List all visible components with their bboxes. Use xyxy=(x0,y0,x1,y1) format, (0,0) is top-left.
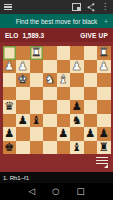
white-pawn-h2[interactable]: ♟ xyxy=(3,60,17,74)
square-e1[interactable] xyxy=(43,46,57,60)
square-f3[interactable] xyxy=(30,73,44,87)
square-g1[interactable] xyxy=(16,46,30,60)
white-pawn-g2[interactable]: ♟ xyxy=(16,60,30,74)
square-a7[interactable]: ♟ xyxy=(97,127,111,141)
black-pawn-g6[interactable]: ♟ xyxy=(16,114,30,128)
task-banner-text: Find the best move for black xyxy=(16,18,98,25)
square-g3[interactable]: ♚ xyxy=(16,73,30,87)
last-move-text: 1. Rh1–f1 xyxy=(3,175,29,181)
square-b6[interactable] xyxy=(84,114,98,128)
square-h3[interactable] xyxy=(3,73,17,87)
square-e6[interactable] xyxy=(43,114,57,128)
move-bar: 1. Rh1–f1 xyxy=(0,172,113,183)
square-b2[interactable] xyxy=(84,60,98,74)
black-queen-h5[interactable]: ♛ xyxy=(3,100,17,114)
notation-list-icon[interactable] xyxy=(96,157,108,168)
square-d3[interactable]: ♝ xyxy=(57,73,71,87)
black-pawn-d7[interactable]: ♟ xyxy=(57,127,71,141)
square-c4[interactable] xyxy=(70,87,84,101)
square-g4[interactable] xyxy=(16,87,30,101)
square-d5[interactable] xyxy=(57,100,71,114)
square-h4[interactable] xyxy=(3,87,17,101)
elo-label: ELO xyxy=(5,32,18,39)
banner-plus-icon[interactable]: + xyxy=(104,18,108,25)
task-banner: Find the best move for black + xyxy=(0,14,113,28)
black-pawn-h7[interactable]: ♟ xyxy=(3,127,17,141)
square-a4[interactable] xyxy=(97,87,111,101)
black-pawn-b7[interactable]: ♟ xyxy=(84,127,98,141)
android-nav-bar: ◁ ○ □ xyxy=(0,183,113,200)
white-pawn-a2[interactable]: ♟ xyxy=(97,60,111,74)
square-e5[interactable] xyxy=(43,100,57,114)
square-g2[interactable]: ♟ xyxy=(16,60,30,74)
square-g8[interactable] xyxy=(16,141,30,155)
white-rook-a1[interactable]: ♜ xyxy=(97,46,111,60)
square-c1[interactable] xyxy=(70,46,84,60)
board-icon[interactable] xyxy=(72,3,81,11)
square-f2[interactable] xyxy=(30,60,44,74)
square-g6[interactable]: ♟ xyxy=(16,114,30,128)
hamburger-menu-icon[interactable] xyxy=(4,4,12,11)
elo-value: 1,589.3 xyxy=(22,32,44,39)
share-icon[interactable] xyxy=(87,3,95,12)
black-king-h8[interactable]: ♚ xyxy=(3,141,17,155)
square-b8[interactable] xyxy=(84,141,98,155)
square-g7[interactable] xyxy=(16,127,30,141)
square-a6[interactable] xyxy=(97,114,111,128)
square-f7[interactable] xyxy=(30,127,44,141)
square-e8[interactable] xyxy=(43,141,57,155)
square-b5[interactable] xyxy=(84,100,98,114)
square-a1[interactable]: ♜ xyxy=(97,46,111,60)
square-f5[interactable] xyxy=(30,100,44,114)
square-f1[interactable]: ♜ xyxy=(30,46,44,60)
square-h2[interactable]: ♟ xyxy=(3,60,17,74)
square-e3[interactable]: ♞ xyxy=(43,73,57,87)
chess-board[interactable]: ♜♜♟♟♟♟♚♞♝♛♟♟♝♞♟♟♟♟♚♝♜ xyxy=(3,46,111,154)
black-bishop-c8[interactable]: ♝ xyxy=(70,141,84,155)
square-d8[interactable] xyxy=(57,141,71,155)
square-b3[interactable] xyxy=(84,73,98,87)
white-rook-f1[interactable]: ♜ xyxy=(30,46,44,60)
recents-icon[interactable]: □ xyxy=(76,183,84,200)
black-bishop-f6[interactable]: ♝ xyxy=(30,114,44,128)
square-d7[interactable]: ♟ xyxy=(57,127,71,141)
black-knight-c6[interactable]: ♞ xyxy=(70,114,84,128)
square-f4[interactable] xyxy=(30,87,44,101)
white-knight-e3[interactable]: ♞ xyxy=(43,73,57,87)
white-king-g3[interactable]: ♚ xyxy=(16,73,30,87)
back-icon[interactable]: ◁ xyxy=(29,183,36,200)
black-rook-a8[interactable]: ♜ xyxy=(97,141,111,155)
square-e4[interactable] xyxy=(43,87,57,101)
give-up-button[interactable]: GIVE UP xyxy=(80,32,108,39)
status-bar: ELO 1,589.3 GIVE UP xyxy=(0,28,113,42)
square-h7[interactable]: ♟ xyxy=(3,127,17,141)
square-h8[interactable]: ♚ xyxy=(3,141,17,155)
square-c5[interactable]: ♟ xyxy=(70,100,84,114)
square-a2[interactable]: ♟ xyxy=(97,60,111,74)
square-d6[interactable] xyxy=(57,114,71,128)
white-bishop-d3[interactable]: ♝ xyxy=(57,73,71,87)
square-e7[interactable] xyxy=(43,127,57,141)
square-c8[interactable]: ♝ xyxy=(70,141,84,155)
square-g5[interactable] xyxy=(16,100,30,114)
square-a3[interactable] xyxy=(97,73,111,87)
action-bar: ⋮ xyxy=(0,0,113,14)
square-d1[interactable] xyxy=(57,46,71,60)
board-footer xyxy=(0,154,113,172)
home-icon[interactable]: ○ xyxy=(52,183,59,200)
square-a5[interactable] xyxy=(97,100,111,114)
square-b1[interactable] xyxy=(84,46,98,60)
square-h5[interactable]: ♛ xyxy=(3,100,17,114)
square-c7[interactable] xyxy=(70,127,84,141)
square-h6[interactable] xyxy=(3,114,17,128)
square-f6[interactable]: ♝ xyxy=(30,114,44,128)
square-c3[interactable] xyxy=(70,73,84,87)
square-a8[interactable]: ♜ xyxy=(97,141,111,155)
black-pawn-c5[interactable]: ♟ xyxy=(70,100,84,114)
square-e2[interactable] xyxy=(43,60,57,74)
board-frame: ♜♜♟♟♟♟♚♞♝♛♟♟♝♞♟♟♟♟♚♝♜ xyxy=(0,42,113,172)
square-d4[interactable] xyxy=(57,87,71,101)
square-f8[interactable] xyxy=(30,141,44,155)
square-b4[interactable] xyxy=(84,87,98,101)
square-c2[interactable]: ♟ xyxy=(70,60,84,74)
black-pawn-a7[interactable]: ♟ xyxy=(97,127,111,141)
white-pawn-c2[interactable]: ♟ xyxy=(70,60,84,74)
square-b7[interactable]: ♟ xyxy=(84,127,98,141)
square-c6[interactable]: ♞ xyxy=(70,114,84,128)
square-d2[interactable] xyxy=(57,60,71,74)
overflow-menu-icon[interactable]: ⋮ xyxy=(101,3,109,11)
square-h1[interactable] xyxy=(3,46,17,60)
